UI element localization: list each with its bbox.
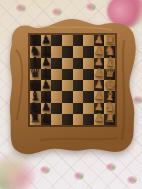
square[interactable] (83, 69, 94, 80)
square[interactable] (62, 69, 73, 80)
piece-black-pawn[interactable]: ♟ (41, 112, 52, 124)
square[interactable] (62, 114, 73, 125)
square[interactable] (83, 58, 94, 69)
chess-board: ♜♟♟♜♞♟♟♞♝♟♟♝♛♟♟♛♚♟♟♚♝♟♟♝♞♟♟♞♜♟♟♜ (30, 35, 115, 125)
square[interactable] (73, 114, 84, 125)
square[interactable] (62, 80, 73, 91)
square[interactable]: ♜ (104, 114, 115, 125)
square[interactable] (73, 35, 84, 46)
photo-scene: ♜♟♟♜♞♟♟♞♝♟♟♝♛♟♟♛♚♟♟♚♝♟♟♝♞♟♟♞♜♟♟♜ (0, 0, 142, 189)
square[interactable] (51, 80, 62, 91)
square[interactable] (62, 46, 73, 57)
square[interactable] (51, 103, 62, 114)
square[interactable] (51, 35, 62, 46)
square[interactable] (51, 69, 62, 80)
square[interactable] (83, 103, 94, 114)
square[interactable] (83, 46, 94, 57)
square[interactable]: ♟ (41, 114, 52, 125)
square[interactable] (73, 91, 84, 102)
square[interactable] (51, 58, 62, 69)
square[interactable] (83, 35, 94, 46)
square[interactable] (73, 69, 84, 80)
square[interactable] (73, 46, 84, 57)
square[interactable] (73, 103, 84, 114)
square[interactable] (51, 114, 62, 125)
square[interactable] (62, 91, 73, 102)
square[interactable] (62, 103, 73, 114)
square[interactable] (73, 80, 84, 91)
square[interactable] (62, 58, 73, 69)
square[interactable] (83, 114, 94, 125)
square[interactable] (83, 80, 94, 91)
piece-white-rook[interactable]: ♜ (103, 111, 116, 125)
square[interactable] (73, 58, 84, 69)
square[interactable] (51, 46, 62, 57)
square[interactable] (51, 91, 62, 102)
square[interactable] (62, 35, 73, 46)
square[interactable]: ♜ (30, 114, 41, 125)
square[interactable] (83, 91, 94, 102)
